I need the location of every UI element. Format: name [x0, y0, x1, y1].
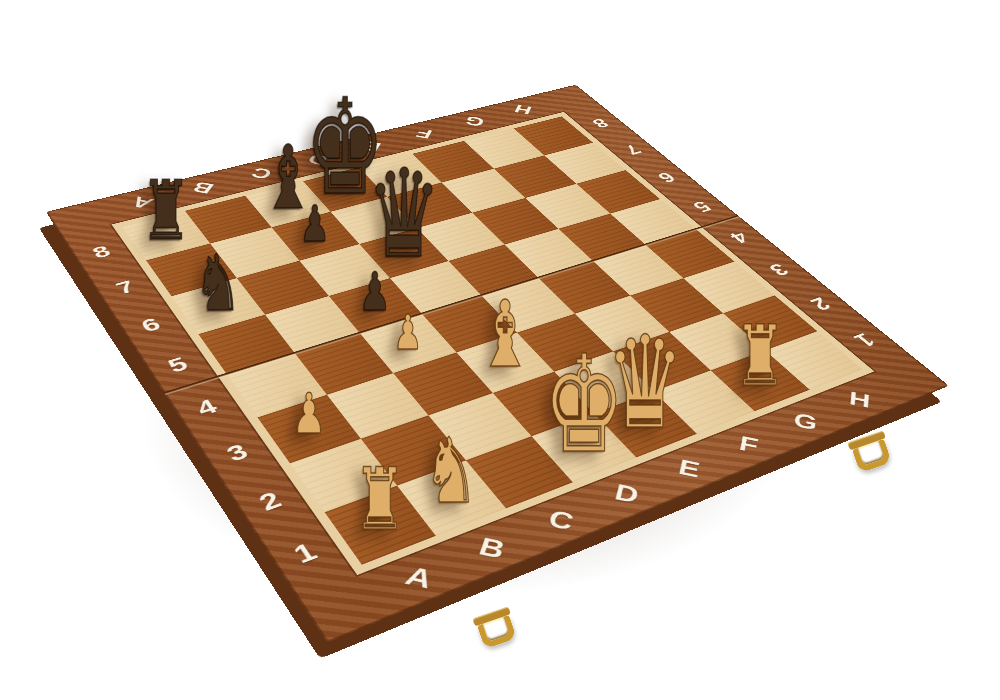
rank-label-right-2: 2 [800, 293, 842, 316]
rank-label-left-1: 1 [279, 534, 332, 571]
rank-label-right-8: 8 [583, 115, 619, 132]
chess-photo-stage: 88AA77BB66CC55DD44EE33FF22GG11HH ♚♝♜♟♛♟♞… [0, 0, 1000, 700]
file-label-top-F: F [407, 126, 441, 142]
piece-black-knight-a6[interactable]: ♞ [194, 244, 242, 322]
rank-label-right-1: 1 [843, 328, 886, 353]
piece-black-queen-d6[interactable]: ♛ [367, 154, 441, 276]
piece-white-rook-a1[interactable]: ♜ [354, 456, 406, 542]
rank-label-right-7: 7 [615, 141, 652, 158]
file-label-bottom-A: A [394, 560, 444, 594]
file-label-bottom-E: E [669, 454, 710, 482]
rank-label-right-4: 4 [720, 227, 760, 248]
piece-white-pawn-a3[interactable]: ♟ [292, 386, 326, 442]
file-label-bottom-C: C [538, 505, 583, 536]
rank-label-left-8: 8 [80, 240, 122, 263]
piece-white-bishop-d3[interactable]: ♝ [477, 289, 533, 381]
rank-label-right-5: 5 [683, 197, 722, 216]
file-label-bottom-D: D [605, 479, 648, 508]
rank-label-right-3: 3 [759, 259, 800, 281]
file-label-top-G: G [458, 113, 491, 129]
piece-white-pawn-c4[interactable]: ♟ [393, 308, 422, 356]
rank-label-left-3: 3 [213, 437, 262, 468]
file-label-bottom-B: B [468, 532, 515, 564]
piece-black-pawn-c7[interactable]: ♟ [300, 199, 330, 249]
piece-black-rook-a8[interactable]: ♜ [141, 170, 191, 252]
rank-label-left-7: 7 [104, 275, 147, 299]
file-label-bottom-G: G [787, 408, 825, 434]
rank-label-left-4: 4 [183, 393, 230, 422]
piece-white-king-d1[interactable]: ♚ [543, 338, 625, 472]
rank-label-left-2: 2 [244, 484, 295, 518]
file-label-top-H: H [507, 102, 539, 118]
piece-black-pawn-c5[interactable]: ♟ [359, 265, 391, 318]
rank-label-left-6: 6 [128, 312, 173, 338]
rank-label-left-5: 5 [155, 351, 201, 378]
piece-white-knight-b1[interactable]: ♞ [424, 426, 479, 516]
file-label-bottom-H: H [842, 387, 878, 412]
file-label-bottom-F: F [729, 431, 768, 458]
rank-label-right-6: 6 [648, 168, 686, 186]
piece-white-rook-g1[interactable]: ♜ [734, 314, 785, 398]
